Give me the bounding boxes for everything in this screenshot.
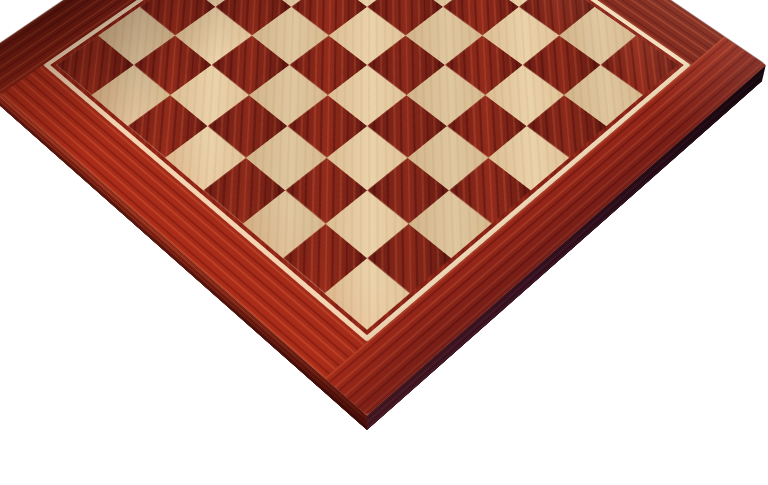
board-square	[447, 95, 527, 158]
board-square	[165, 126, 246, 190]
board-square	[485, 65, 564, 126]
board-border-front-right	[325, 37, 766, 416]
board-square	[328, 65, 407, 126]
board-square	[449, 158, 531, 224]
board-square	[488, 126, 569, 190]
board-square	[408, 190, 491, 258]
board-square	[406, 65, 485, 126]
board-square	[249, 65, 328, 126]
board-square	[367, 95, 447, 158]
board-square	[367, 158, 449, 224]
board-square	[243, 190, 326, 258]
board-square	[170, 65, 249, 126]
board-square	[326, 190, 409, 258]
playing-area-grid	[56, 0, 678, 330]
board-square	[246, 126, 327, 190]
product-photo-stage	[0, 0, 768, 485]
board-square	[91, 65, 170, 126]
board-square	[128, 95, 208, 158]
board-square	[527, 95, 607, 158]
board-square	[203, 158, 285, 224]
board-square	[324, 258, 409, 330]
board-border-front-left	[0, 37, 409, 416]
board-square	[207, 95, 287, 158]
board-square	[407, 126, 488, 190]
board-square	[564, 65, 643, 126]
board-square	[285, 158, 367, 224]
board-square	[283, 224, 367, 294]
chess-board	[0, 0, 766, 415]
board-square	[287, 95, 367, 158]
board-square	[367, 224, 451, 294]
board-square	[327, 126, 408, 190]
